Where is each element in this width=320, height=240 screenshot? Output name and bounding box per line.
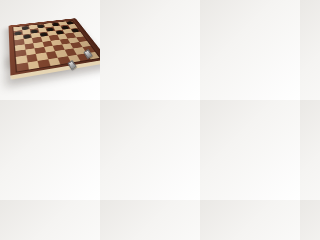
board-grid: ●●●●●●●●●●●● xyxy=(12,20,100,72)
